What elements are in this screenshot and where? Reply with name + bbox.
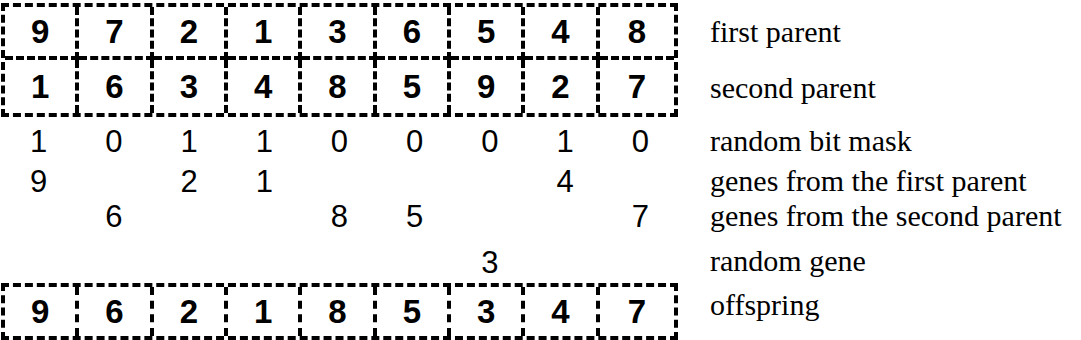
second-parent-cell: 6 — [79, 60, 153, 113]
offspring-cell: 4 — [525, 287, 599, 336]
genes-first-parent-cell: 2 — [151, 163, 226, 200]
first-parent-cell: 9 — [5, 7, 79, 60]
offspring-cell: 3 — [451, 287, 525, 336]
second-parent-cell: 4 — [228, 60, 302, 113]
random-bit-mask-cell: 0 — [377, 123, 452, 159]
genes-second-parent-cell: 8 — [302, 198, 377, 235]
label-first-parent: first parent — [710, 14, 841, 50]
genes-first-parent-cell — [452, 163, 527, 200]
second-parent-cell: 9 — [451, 60, 525, 113]
random-bit-mask-cell: 0 — [76, 123, 151, 159]
genes-second-parent-cell: 5 — [377, 198, 452, 235]
first-parent-cell: 2 — [154, 7, 228, 60]
genes-first-parent-cell — [603, 163, 678, 200]
genes-second-parent-cell: 6 — [76, 198, 151, 235]
random-gene-cell: 3 — [452, 244, 527, 281]
random-bit-mask-row: 1 0 1 1 0 0 0 1 0 — [1, 123, 678, 159]
first-parent-cell: 1 — [228, 7, 302, 60]
random-bit-mask-cell: 1 — [227, 123, 302, 159]
genes-second-parent-cell — [452, 198, 527, 235]
random-gene-cell — [603, 244, 678, 281]
label-random-gene: random gene — [710, 243, 866, 279]
genes-second-parent-cell: 7 — [603, 198, 678, 235]
genes-first-parent-cell — [76, 163, 151, 200]
crossover-figure: 9 7 2 1 3 6 5 4 8 1 6 3 4 8 5 9 2 7 1 0 … — [0, 0, 1081, 340]
random-gene-cell — [76, 244, 151, 281]
genes-second-parent-cell — [227, 198, 302, 235]
label-random-bit-mask: random bit mask — [710, 123, 912, 159]
genes-from-second-parent-row: 6 8 5 7 — [1, 198, 678, 235]
second-parent-cell: 8 — [302, 60, 376, 113]
random-bit-mask-cell: 0 — [603, 123, 678, 159]
label-offspring: offspring — [710, 287, 819, 323]
label-genes-from-second-parent: genes from the second parent — [710, 198, 1062, 234]
random-bit-mask-cell: 1 — [151, 123, 226, 159]
offspring-cell: 1 — [228, 287, 302, 336]
random-gene-cell — [377, 244, 452, 281]
genes-first-parent-cell — [302, 163, 377, 200]
second-parent-cell: 1 — [5, 60, 79, 113]
first-parent-cell: 4 — [525, 7, 599, 60]
offspring-cell: 9 — [5, 287, 79, 336]
random-bit-mask-cell: 1 — [528, 123, 603, 159]
genes-first-parent-cell: 1 — [227, 163, 302, 200]
second-parent-cell: 3 — [154, 60, 228, 113]
random-bit-mask-cell: 0 — [302, 123, 377, 159]
offspring-cell: 6 — [79, 287, 153, 336]
genes-first-parent-cell: 4 — [528, 163, 603, 200]
label-genes-from-first-parent: genes from the first parent — [710, 163, 1027, 199]
random-gene-cell — [227, 244, 302, 281]
offspring-cell: 2 — [154, 287, 228, 336]
random-gene-cell — [302, 244, 377, 281]
first-parent-cell: 7 — [79, 7, 153, 60]
random-bit-mask-cell: 0 — [452, 123, 527, 159]
parents-table: 9 7 2 1 3 6 5 4 8 1 6 3 4 8 5 9 2 7 — [1, 3, 678, 117]
second-parent-cell: 7 — [600, 60, 674, 113]
label-second-parent: second parent — [710, 70, 876, 106]
random-gene-row: 3 — [1, 244, 678, 281]
offspring-cell: 8 — [302, 287, 376, 336]
first-parent-cell: 5 — [451, 7, 525, 60]
genes-second-parent-cell — [1, 198, 76, 235]
genes-first-parent-cell: 9 — [1, 163, 76, 200]
offspring-cell: 5 — [377, 287, 451, 336]
offspring-cell: 7 — [600, 287, 674, 336]
first-parent-cell: 8 — [600, 7, 674, 60]
second-parent-cell: 5 — [377, 60, 451, 113]
second-parent-cell: 2 — [525, 60, 599, 113]
genes-second-parent-cell — [151, 198, 226, 235]
genes-second-parent-cell — [528, 198, 603, 235]
offspring-table: 9 6 2 1 8 5 3 4 7 — [1, 283, 678, 340]
random-gene-cell — [151, 244, 226, 281]
genes-first-parent-cell — [377, 163, 452, 200]
first-parent-cell: 6 — [377, 7, 451, 60]
random-gene-cell — [1, 244, 76, 281]
genes-from-first-parent-row: 9 2 1 4 — [1, 163, 678, 200]
first-parent-cell: 3 — [302, 7, 376, 60]
random-gene-cell — [528, 244, 603, 281]
random-bit-mask-cell: 1 — [1, 123, 76, 159]
